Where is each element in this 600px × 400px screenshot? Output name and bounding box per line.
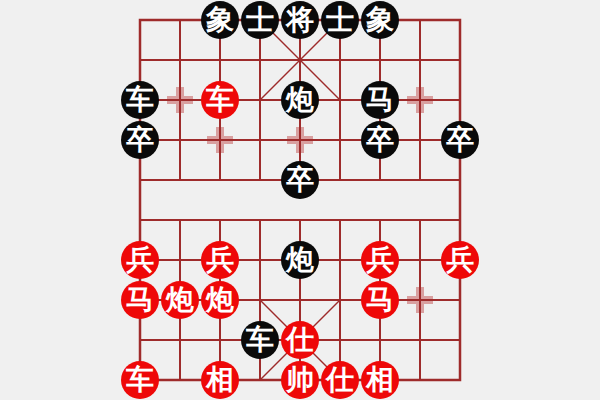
red-cannon-c7[interactable]: 炮 [201,281,239,319]
red-chariot-c2[interactable]: 车 [201,81,239,119]
red-elephant-g9[interactable]: 相 [361,361,399,399]
black-chariot-d8[interactable]: 车 [241,321,279,359]
red-soldier-i6[interactable]: 兵 [441,241,479,279]
red-cannon-b7[interactable]: 炮 [161,281,199,319]
red-soldier-g6[interactable]: 兵 [361,241,399,279]
black-cannon-e2[interactable]: 炮 [281,81,319,119]
black-general-e0[interactable]: 将 [281,1,319,39]
black-soldier-a3[interactable]: 卒 [121,121,159,159]
black-chariot-a2[interactable]: 车 [121,81,159,119]
xiangqi-board[interactable]: 象士将士象车车炮马卒卒卒卒兵兵炮兵兵马炮炮马车仕车相帅仕相 [0,0,600,400]
red-advisor-f9[interactable]: 仕 [321,361,359,399]
black-cannon-e6[interactable]: 炮 [281,241,319,279]
black-horse-g2[interactable]: 马 [361,81,399,119]
red-soldier-c6[interactable]: 兵 [201,241,239,279]
pieces-layer: 象士将士象车车炮马卒卒卒卒兵兵炮兵兵马炮炮马车仕车相帅仕相 [0,0,600,400]
red-general-e9[interactable]: 帅 [281,361,319,399]
red-soldier-a6[interactable]: 兵 [121,241,159,279]
red-horse-a7[interactable]: 马 [121,281,159,319]
black-soldier-g3[interactable]: 卒 [361,121,399,159]
black-soldier-e4[interactable]: 卒 [281,161,319,199]
red-elephant-c9[interactable]: 相 [201,361,239,399]
black-advisor-f0[interactable]: 士 [321,1,359,39]
black-elephant-c0[interactable]: 象 [201,1,239,39]
black-soldier-i3[interactable]: 卒 [441,121,479,159]
black-elephant-g0[interactable]: 象 [361,1,399,39]
red-horse-g7[interactable]: 马 [361,281,399,319]
black-advisor-d0[interactable]: 士 [241,1,279,39]
red-chariot-a9[interactable]: 车 [121,361,159,399]
red-advisor-e8[interactable]: 仕 [281,321,319,359]
